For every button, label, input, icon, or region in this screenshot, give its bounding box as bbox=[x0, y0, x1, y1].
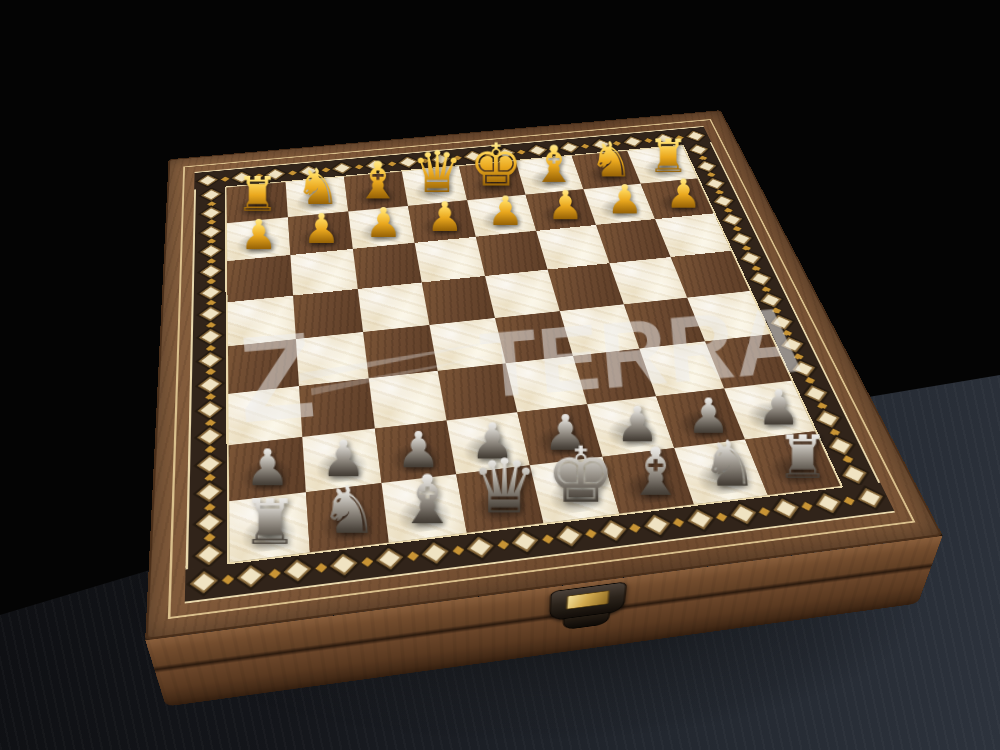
piece-gold-pawn-e7[interactable]: ♟ bbox=[475, 191, 536, 232]
inlay-diamond bbox=[761, 286, 770, 292]
inlay-diamond bbox=[207, 201, 216, 206]
inlay-diamond bbox=[699, 156, 707, 161]
square-c4[interactable] bbox=[363, 325, 438, 378]
inlay-diamond bbox=[200, 429, 219, 443]
inlay-diamond bbox=[204, 190, 219, 199]
inlay-diamond bbox=[200, 457, 219, 471]
piece-gold-pawn-g7[interactable]: ♟ bbox=[595, 180, 655, 220]
inlay-diamond bbox=[725, 215, 740, 224]
piece-silver-bishop-c1[interactable]: ♝ bbox=[388, 466, 466, 534]
square-a7[interactable]: ♟ bbox=[227, 217, 290, 261]
inlay-diamond bbox=[715, 190, 724, 195]
piece-gold-pawn-h7[interactable]: ♟ bbox=[653, 174, 713, 214]
square-c7[interactable]: ♟ bbox=[348, 206, 414, 249]
inlay-diamond bbox=[204, 419, 215, 427]
latch-clasp[interactable] bbox=[548, 581, 627, 634]
piece-silver-knight-g1[interactable]: ♞ bbox=[692, 433, 768, 496]
inlay-diamond bbox=[206, 220, 215, 226]
piece-gold-pawn-c7[interactable]: ♟ bbox=[353, 202, 415, 243]
inlay-diamond bbox=[201, 378, 219, 391]
piece-silver-bishop-f1[interactable]: ♝ bbox=[617, 439, 694, 505]
inlay-diamond bbox=[194, 574, 215, 591]
square-b3[interactable] bbox=[299, 378, 375, 437]
inlay-diamond bbox=[759, 507, 770, 516]
piece-silver-rook-a1[interactable]: ♜ bbox=[230, 491, 309, 553]
inlay-diamond bbox=[204, 446, 215, 454]
inlay-diamond bbox=[201, 403, 220, 416]
inlay-diamond bbox=[201, 176, 216, 185]
square-b1[interactable]: ♞ bbox=[306, 483, 389, 552]
inlay-diamond bbox=[724, 208, 733, 213]
inlay-diamond bbox=[205, 368, 215, 375]
inlay-diamond bbox=[201, 354, 219, 366]
piece-silver-rook-h1[interactable]: ♜ bbox=[765, 427, 841, 487]
inlay-diamond bbox=[205, 345, 215, 352]
inlay-diamond bbox=[206, 239, 215, 245]
square-c1[interactable]: ♝ bbox=[382, 474, 467, 542]
inlay-diamond bbox=[202, 287, 219, 298]
inlay-diamond bbox=[206, 279, 216, 285]
inlay-diamond bbox=[203, 266, 220, 276]
inlay-diamond bbox=[817, 402, 827, 410]
inlay-diamond bbox=[700, 162, 714, 170]
inlay-diamond bbox=[845, 467, 863, 481]
square-b7[interactable]: ♟ bbox=[288, 212, 353, 255]
square-d1[interactable]: ♛ bbox=[456, 465, 543, 532]
square-d7[interactable]: ♟ bbox=[408, 200, 476, 243]
chess-box: ♜♞♝♛♚♝♞♜♟♟♟♟♟♟♟♟♟♟♟♟♟♟♟♟♜♞♝♛♚♝♞♜ bbox=[145, 110, 943, 640]
square-a1[interactable]: ♜ bbox=[229, 492, 310, 562]
piece-gold-pawn-f7[interactable]: ♟ bbox=[535, 185, 596, 226]
inlay-diamond bbox=[204, 474, 215, 482]
piece-silver-knight-b1[interactable]: ♞ bbox=[310, 478, 389, 544]
piece-gold-pawn-d7[interactable]: ♟ bbox=[414, 197, 475, 238]
square-b6[interactable] bbox=[290, 249, 357, 296]
square-b4[interactable] bbox=[296, 332, 369, 386]
square-a3[interactable] bbox=[228, 386, 302, 445]
piece-gold-pawn-b7[interactable]: ♟ bbox=[290, 208, 352, 249]
square-a4[interactable] bbox=[228, 339, 299, 394]
piece-silver-queen-d1[interactable]: ♛ bbox=[466, 449, 544, 524]
square-f4[interactable] bbox=[560, 304, 640, 356]
square-e7[interactable]: ♟ bbox=[467, 195, 536, 237]
piece-silver-king-e1[interactable]: ♚ bbox=[542, 438, 619, 515]
piece-gold-pawn-a7[interactable]: ♟ bbox=[228, 214, 290, 256]
square-f7[interactable]: ♟ bbox=[526, 189, 596, 231]
